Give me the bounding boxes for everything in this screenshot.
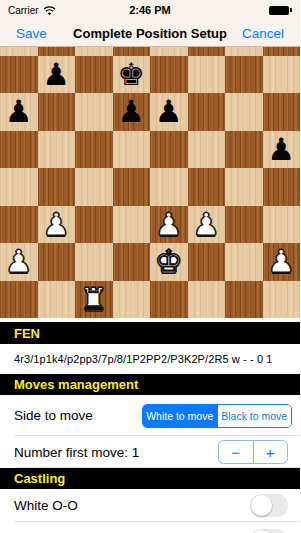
moves-header-label: Moves management — [14, 377, 138, 392]
castling-section-header: Castling — [0, 468, 300, 489]
number-first-move-label: Number first move: 1 — [14, 445, 139, 460]
fen-string: 4r3/1p1k4/p2pp3/7p/8/1P2PP2/P3K2P/2R5 w … — [14, 353, 272, 365]
toggle-knob — [251, 495, 272, 516]
battery-icon — [269, 6, 292, 15]
square-e8[interactable]: ♜ — [150, 47, 188, 56]
castling-header-label: Castling — [14, 471, 65, 486]
square-f5[interactable] — [188, 131, 226, 169]
square-g3[interactable] — [225, 206, 263, 244]
status-bar: Carrier 2:46 PM — [0, 0, 300, 20]
nav-bar: Save Complete Position Setup Cancel — [0, 20, 300, 47]
square-h7[interactable] — [263, 56, 301, 94]
square-a1[interactable] — [0, 281, 38, 319]
square-d2[interactable] — [113, 243, 151, 281]
piece-black-pawn: ♟ — [38, 56, 76, 94]
square-e2[interactable]: ♚ — [150, 243, 188, 281]
square-b6[interactable] — [38, 93, 76, 131]
piece-black-rook: ♜ — [150, 47, 188, 56]
segment-white-to-move[interactable]: White to move — [143, 405, 217, 427]
stepper-decrement-button[interactable]: − — [219, 441, 253, 463]
square-g6[interactable] — [225, 93, 263, 131]
square-d1[interactable] — [113, 281, 151, 319]
square-h1[interactable] — [263, 281, 301, 319]
fen-header-label: FEN — [14, 326, 40, 341]
square-c2[interactable] — [75, 243, 113, 281]
white-oo-label: White O-O — [14, 498, 78, 513]
square-b1[interactable] — [38, 281, 76, 319]
square-e3[interactable]: ♟ — [150, 206, 188, 244]
square-f8[interactable] — [188, 47, 226, 56]
white-kingside-castling-row: White O-O — [0, 489, 300, 522]
square-c8[interactable] — [75, 47, 113, 56]
square-d8[interactable] — [113, 47, 151, 56]
square-d4[interactable] — [113, 168, 151, 206]
white-oo-toggle[interactable] — [250, 494, 288, 517]
square-c5[interactable] — [75, 131, 113, 169]
piece-black-pawn: ♟ — [150, 93, 188, 131]
square-f4[interactable] — [188, 168, 226, 206]
square-c6[interactable] — [75, 93, 113, 131]
piece-white-king: ♚ — [150, 243, 188, 281]
square-g1[interactable] — [225, 281, 263, 319]
piece-white-pawn: ♟ — [150, 206, 188, 244]
next-castling-row-partial — [0, 522, 300, 533]
square-c3[interactable] — [75, 206, 113, 244]
stepper-increment-button[interactable]: + — [253, 441, 288, 463]
square-a6[interactable]: ♟ — [0, 93, 38, 131]
square-g7[interactable] — [225, 56, 263, 94]
square-f7[interactable] — [188, 56, 226, 94]
square-g5[interactable] — [225, 131, 263, 169]
piece-white-rook: ♜ — [75, 281, 113, 319]
piece-black-pawn: ♟ — [113, 93, 151, 131]
side-to-move-row: Side to move White to move Black to move — [0, 395, 300, 436]
square-h4[interactable] — [263, 168, 301, 206]
piece-white-pawn: ♟ — [263, 243, 301, 281]
piece-black-king: ♚ — [113, 56, 151, 94]
square-e5[interactable] — [150, 131, 188, 169]
segment-black-to-move[interactable]: Black to move — [217, 405, 292, 427]
moves-section-header: Moves management — [0, 374, 300, 395]
piece-white-pawn: ♟ — [188, 206, 226, 244]
square-h8[interactable] — [263, 47, 301, 56]
square-a4[interactable] — [0, 168, 38, 206]
square-f1[interactable] — [188, 281, 226, 319]
piece-black-pawn: ♟ — [263, 131, 301, 169]
clock: 2:46 PM — [0, 4, 300, 16]
square-b2[interactable] — [38, 243, 76, 281]
piece-white-pawn: ♟ — [0, 243, 38, 281]
square-b7[interactable]: ♟ — [38, 56, 76, 94]
piece-white-pawn: ♟ — [38, 206, 76, 244]
white-ooo-toggle-partial[interactable] — [250, 529, 288, 533]
square-b8[interactable] — [38, 47, 76, 56]
square-b5[interactable] — [38, 131, 76, 169]
square-a8[interactable] — [0, 47, 38, 56]
square-a5[interactable] — [0, 131, 38, 169]
square-f2[interactable] — [188, 243, 226, 281]
side-to-move-segmented-control: White to move Black to move — [142, 404, 292, 428]
cancel-button[interactable]: Cancel — [242, 26, 284, 41]
save-button[interactable]: Save — [16, 26, 47, 41]
square-g4[interactable] — [225, 168, 263, 206]
square-a7[interactable] — [0, 56, 38, 94]
square-h6[interactable] — [263, 93, 301, 131]
square-f6[interactable] — [188, 93, 226, 131]
square-a3[interactable] — [0, 206, 38, 244]
square-c7[interactable] — [75, 56, 113, 94]
chess-board-viewport: ♜♟♚♟♟♟♟♟♟♟♟♚♟♜ — [0, 47, 300, 318]
fen-value-row: 4r3/1p1k4/p2pp3/7p/8/1P2PP2/P3K2P/2R5 w … — [0, 344, 300, 374]
fen-section-header: FEN — [0, 322, 300, 344]
square-c4[interactable] — [75, 168, 113, 206]
square-e7[interactable] — [150, 56, 188, 94]
square-d7[interactable]: ♚ — [113, 56, 151, 94]
square-e4[interactable] — [150, 168, 188, 206]
square-d3[interactable] — [113, 206, 151, 244]
number-first-move-row: Number first move: 1 − + — [0, 436, 300, 468]
square-c1[interactable]: ♜ — [75, 281, 113, 319]
square-a2[interactable]: ♟ — [0, 243, 38, 281]
square-d5[interactable] — [113, 131, 151, 169]
square-d6[interactable]: ♟ — [113, 93, 151, 131]
square-e6[interactable]: ♟ — [150, 93, 188, 131]
square-h2[interactable]: ♟ — [263, 243, 301, 281]
row-divider — [14, 467, 300, 468]
square-e1[interactable] — [150, 281, 188, 319]
square-g2[interactable] — [225, 243, 263, 281]
piece-black-pawn: ♟ — [0, 93, 38, 131]
square-h3[interactable] — [263, 206, 301, 244]
square-f3[interactable]: ♟ — [188, 206, 226, 244]
square-g8[interactable] — [225, 47, 263, 56]
chess-board[interactable]: ♜♟♚♟♟♟♟♟♟♟♟♚♟♜ — [0, 47, 300, 318]
side-to-move-label: Side to move — [14, 408, 93, 423]
first-move-stepper: − + — [218, 440, 288, 464]
square-h5[interactable]: ♟ — [263, 131, 301, 169]
square-b3[interactable]: ♟ — [38, 206, 76, 244]
square-b4[interactable] — [38, 168, 76, 206]
